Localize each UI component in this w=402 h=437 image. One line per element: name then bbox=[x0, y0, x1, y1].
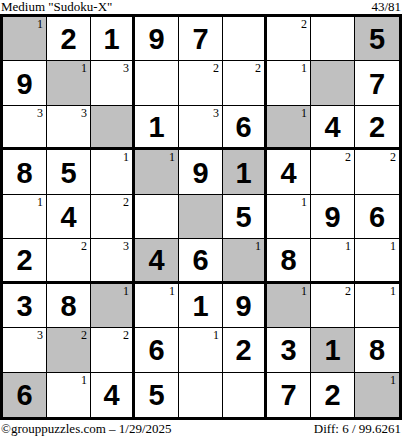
cell-r9c2[interactable]: 1 bbox=[47, 373, 91, 417]
cell-r1c9[interactable]: 5 bbox=[355, 17, 399, 61]
pencil-mark: 1 bbox=[123, 150, 129, 164]
cell-r3c4[interactable]: 1 bbox=[135, 106, 179, 150]
cell-r7c9[interactable]: 1 bbox=[355, 284, 399, 328]
cell-r9c3[interactable]: 4 bbox=[91, 373, 135, 417]
cells-remaining-counter: 43/81 bbox=[371, 0, 402, 13]
given-digit: 3 bbox=[16, 290, 32, 321]
cell-r5c6[interactable]: 5 bbox=[223, 195, 267, 239]
cell-r1c2[interactable]: 2 bbox=[47, 17, 91, 61]
cell-r1c4[interactable]: 9 bbox=[135, 17, 179, 61]
cell-r8c4[interactable]: 6 bbox=[135, 328, 179, 372]
cell-r7c6[interactable]: 9 bbox=[223, 284, 267, 328]
given-digit: 1 bbox=[103, 23, 119, 54]
cell-r5c7[interactable]: 1 bbox=[267, 195, 311, 239]
cell-r8c2[interactable]: 2 bbox=[47, 328, 91, 372]
cell-r6c6[interactable]: 1 bbox=[223, 239, 267, 283]
footer-bar: ©grouppuzzles.com – 1/29/2025 Diff: 6 / … bbox=[0, 422, 402, 437]
cell-r1c5[interactable]: 7 bbox=[179, 17, 223, 61]
pencil-mark: 2 bbox=[81, 328, 87, 342]
given-digit: 7 bbox=[369, 68, 385, 99]
given-digit: 4 bbox=[324, 111, 340, 142]
cell-r6c8[interactable]: 1 bbox=[311, 239, 355, 283]
pencil-mark: 1 bbox=[301, 195, 307, 209]
pencil-mark: 1 bbox=[37, 195, 43, 209]
pencil-mark: 3 bbox=[123, 61, 129, 75]
pencil-mark: 1 bbox=[213, 328, 219, 342]
given-digit: 4 bbox=[103, 379, 119, 410]
given-digit: 6 bbox=[148, 334, 164, 365]
title-bar: Medium "Sudoku-X" 43/81 bbox=[0, 0, 402, 14]
given-digit: 4 bbox=[280, 157, 296, 188]
cell-r7c3[interactable]: 1 bbox=[91, 284, 135, 328]
given-digit: 2 bbox=[369, 111, 385, 142]
cell-r1c8[interactable] bbox=[311, 17, 355, 61]
pencil-mark: 3 bbox=[81, 106, 87, 120]
cell-r9c7[interactable]: 7 bbox=[267, 373, 311, 417]
given-digit: 9 bbox=[235, 290, 251, 321]
given-digit: 2 bbox=[324, 379, 340, 410]
pencil-mark: 1 bbox=[255, 239, 261, 253]
cell-r2c5[interactable]: 2 bbox=[179, 61, 223, 105]
given-digit: 8 bbox=[60, 290, 76, 321]
cell-r4c2[interactable]: 5 bbox=[47, 150, 91, 194]
pencil-mark: 1 bbox=[81, 373, 87, 387]
cell-r2c9[interactable]: 7 bbox=[355, 61, 399, 105]
pencil-mark: 1 bbox=[169, 150, 175, 164]
cell-r3c3[interactable] bbox=[91, 106, 135, 150]
cell-r8c8[interactable]: 1 bbox=[311, 328, 355, 372]
cell-r8c7[interactable]: 3 bbox=[267, 328, 311, 372]
pencil-mark: 2 bbox=[81, 239, 87, 253]
pencil-mark: 1 bbox=[390, 284, 396, 298]
cell-r4c8[interactable]: 2 bbox=[311, 150, 355, 194]
difficulty-rating: Diff: 6 / 99.6261 bbox=[314, 422, 402, 436]
given-digit: 3 bbox=[280, 334, 296, 365]
cell-r7c5[interactable]: 1 bbox=[179, 284, 223, 328]
cell-r2c8[interactable] bbox=[311, 61, 355, 105]
pencil-mark: 2 bbox=[123, 195, 129, 209]
given-digit: 6 bbox=[235, 111, 251, 142]
given-digit: 7 bbox=[280, 379, 296, 410]
cell-r8c9[interactable]: 8 bbox=[355, 328, 399, 372]
cell-r6c4[interactable]: 4 bbox=[135, 239, 179, 283]
cell-r9c9[interactable]: 1 bbox=[355, 373, 399, 417]
cell-r5c5[interactable] bbox=[179, 195, 223, 239]
cell-r8c1[interactable]: 3 bbox=[3, 328, 47, 372]
cell-r5c8[interactable]: 9 bbox=[311, 195, 355, 239]
cell-r7c7[interactable]: 1 bbox=[267, 284, 311, 328]
cell-r2c3[interactable]: 3 bbox=[91, 61, 135, 105]
given-digit: 2 bbox=[16, 244, 32, 275]
cell-r7c2[interactable]: 8 bbox=[47, 284, 91, 328]
cell-r7c4[interactable]: 1 bbox=[135, 284, 179, 328]
given-digit: 9 bbox=[16, 68, 32, 99]
cell-r4c4[interactable]: 1 bbox=[135, 150, 179, 194]
cell-r5c3[interactable]: 2 bbox=[91, 195, 135, 239]
cell-r4c9[interactable]: 2 bbox=[355, 150, 399, 194]
cell-r7c8[interactable]: 2 bbox=[311, 284, 355, 328]
cell-r1c3[interactable]: 1 bbox=[91, 17, 135, 61]
pencil-mark: 3 bbox=[37, 106, 43, 120]
cell-r6c3[interactable]: 3 bbox=[91, 239, 135, 283]
given-digit: 8 bbox=[16, 157, 32, 188]
pencil-mark: 1 bbox=[301, 284, 307, 298]
cell-r3c7[interactable]: 1 bbox=[267, 106, 311, 150]
cell-r6c5[interactable]: 6 bbox=[179, 239, 223, 283]
given-digit: 5 bbox=[369, 23, 385, 54]
given-digit: 9 bbox=[148, 23, 164, 54]
sudoku-x-board: 1219725913221733136142851191422142519622… bbox=[0, 14, 402, 420]
given-digit: 5 bbox=[235, 201, 251, 232]
cell-r3c9[interactable]: 2 bbox=[355, 106, 399, 150]
pencil-mark: 1 bbox=[301, 106, 307, 120]
cell-r9c5[interactable] bbox=[179, 373, 223, 417]
cell-r5c1[interactable]: 1 bbox=[3, 195, 47, 239]
cell-r9c1[interactable]: 6 bbox=[3, 373, 47, 417]
given-digit: 8 bbox=[369, 334, 385, 365]
given-digit: 5 bbox=[60, 157, 76, 188]
cell-r1c7[interactable]: 2 bbox=[267, 17, 311, 61]
given-digit: 6 bbox=[192, 244, 208, 275]
given-digit: 1 bbox=[148, 111, 164, 142]
cell-r1c6[interactable] bbox=[223, 17, 267, 61]
given-digit: 4 bbox=[60, 201, 76, 232]
cell-r8c6[interactable]: 2 bbox=[223, 328, 267, 372]
pencil-mark: 3 bbox=[123, 239, 129, 253]
cell-r6c2[interactable]: 2 bbox=[47, 239, 91, 283]
pencil-mark: 2 bbox=[390, 150, 396, 164]
pencil-mark: 2 bbox=[345, 284, 351, 298]
given-digit: 5 bbox=[148, 379, 164, 410]
pencil-mark: 1 bbox=[37, 17, 43, 31]
cell-r3c1[interactable]: 3 bbox=[3, 106, 47, 150]
given-digit: 6 bbox=[16, 379, 32, 410]
cell-r4c6[interactable]: 1 bbox=[223, 150, 267, 194]
cell-r5c4[interactable] bbox=[135, 195, 179, 239]
pencil-mark: 2 bbox=[213, 61, 219, 75]
copyright-date: ©grouppuzzles.com – 1/29/2025 bbox=[0, 422, 172, 436]
pencil-mark: 1 bbox=[390, 373, 396, 387]
cell-r4c5[interactable]: 9 bbox=[179, 150, 223, 194]
pencil-mark: 1 bbox=[81, 61, 87, 75]
cell-r3c2[interactable]: 3 bbox=[47, 106, 91, 150]
cell-r5c2[interactable]: 4 bbox=[47, 195, 91, 239]
cell-r2c6[interactable]: 2 bbox=[223, 61, 267, 105]
pencil-mark: 1 bbox=[123, 284, 129, 298]
given-digit: 6 bbox=[369, 201, 385, 232]
given-digit: 2 bbox=[235, 334, 251, 365]
cell-r3c5[interactable]: 3 bbox=[179, 106, 223, 150]
pencil-mark: 1 bbox=[301, 61, 307, 75]
cell-r6c1[interactable]: 2 bbox=[3, 239, 47, 283]
given-digit: 8 bbox=[280, 244, 296, 275]
pencil-mark: 3 bbox=[37, 328, 43, 342]
given-digit: 9 bbox=[324, 201, 340, 232]
pencil-mark: 2 bbox=[345, 150, 351, 164]
given-digit: 1 bbox=[235, 157, 251, 188]
given-digit: 9 bbox=[192, 157, 208, 188]
given-digit: 4 bbox=[148, 244, 164, 275]
given-digit: 7 bbox=[192, 23, 208, 54]
cell-r4c3[interactable]: 1 bbox=[91, 150, 135, 194]
pencil-mark: 2 bbox=[255, 61, 261, 75]
cell-r2c7[interactable]: 1 bbox=[267, 61, 311, 105]
pencil-mark: 1 bbox=[390, 239, 396, 253]
cell-r4c1[interactable]: 8 bbox=[3, 150, 47, 194]
pencil-mark: 1 bbox=[169, 284, 175, 298]
cell-r1c1[interactable]: 1 bbox=[3, 17, 47, 61]
cell-r2c1[interactable]: 9 bbox=[3, 61, 47, 105]
cell-r9c6[interactable] bbox=[223, 373, 267, 417]
cell-r5c9[interactable]: 6 bbox=[355, 195, 399, 239]
cell-r9c8[interactable]: 2 bbox=[311, 373, 355, 417]
pencil-mark: 1 bbox=[345, 239, 351, 253]
cell-r6c9[interactable]: 1 bbox=[355, 239, 399, 283]
cell-r4c7[interactable]: 4 bbox=[267, 150, 311, 194]
given-digit: 2 bbox=[60, 23, 76, 54]
puzzle-title: Medium "Sudoku-X" bbox=[0, 0, 112, 13]
cell-r9c4[interactable]: 5 bbox=[135, 373, 179, 417]
pencil-mark: 2 bbox=[123, 328, 129, 342]
given-digit: 1 bbox=[192, 290, 208, 321]
cell-r2c2[interactable]: 1 bbox=[47, 61, 91, 105]
cell-r2c4[interactable] bbox=[135, 61, 179, 105]
given-digit: 1 bbox=[324, 334, 340, 365]
cell-r3c8[interactable]: 4 bbox=[311, 106, 355, 150]
pencil-mark: 3 bbox=[213, 106, 219, 120]
cell-r7c1[interactable]: 3 bbox=[3, 284, 47, 328]
pencil-mark: 2 bbox=[301, 17, 307, 31]
cell-r3c6[interactable]: 6 bbox=[223, 106, 267, 150]
cell-r8c5[interactable]: 1 bbox=[179, 328, 223, 372]
cell-r8c3[interactable]: 2 bbox=[91, 328, 135, 372]
cell-r6c7[interactable]: 8 bbox=[267, 239, 311, 283]
